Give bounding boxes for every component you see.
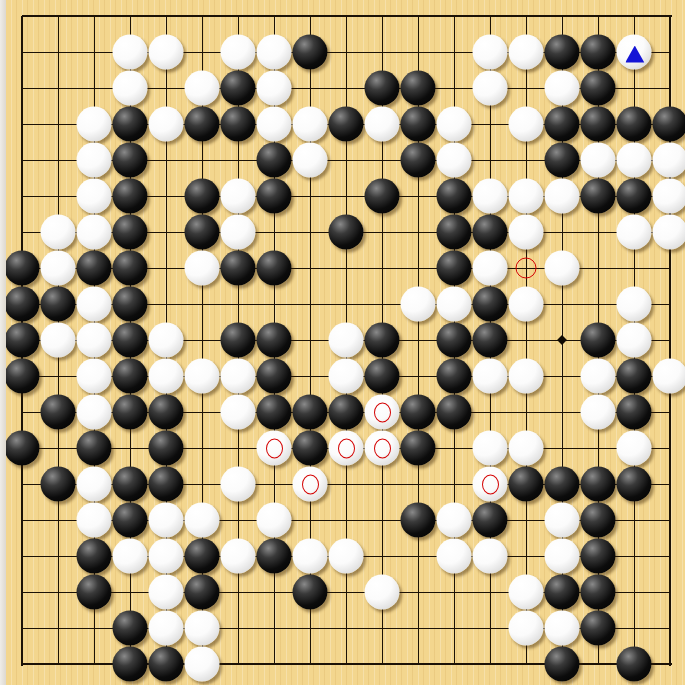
black-stone: [113, 647, 148, 682]
black-stone: [401, 431, 436, 466]
white-stone: [257, 431, 292, 466]
white-stone: [545, 539, 580, 574]
white-stone: [257, 71, 292, 106]
white-stone: [617, 431, 652, 466]
black-stone: [41, 395, 76, 430]
go-board[interactable]: [0, 0, 685, 685]
black-stone: [437, 323, 472, 358]
white-stone: [185, 359, 220, 394]
white-stone: [221, 35, 256, 70]
white-stone: [509, 179, 544, 214]
black-stone: [113, 395, 148, 430]
white-stone: [185, 71, 220, 106]
black-stone: [257, 143, 292, 178]
white-stone: [653, 359, 685, 394]
black-stone: [617, 359, 652, 394]
white-stone: [149, 359, 184, 394]
white-stone: [77, 107, 112, 142]
black-stone: [581, 35, 616, 70]
black-stone: [581, 107, 616, 142]
black-stone: [5, 323, 40, 358]
white-stone: [113, 35, 148, 70]
black-stone: [581, 467, 616, 502]
white-stone: [149, 323, 184, 358]
black-stone: [473, 503, 508, 538]
white-stone: [365, 575, 400, 610]
black-stone: [113, 359, 148, 394]
white-stone: [221, 467, 256, 502]
white-stone: [617, 35, 652, 70]
white-stone: [113, 539, 148, 574]
black-stone: [545, 107, 580, 142]
black-stone: [5, 287, 40, 322]
black-stone: [473, 215, 508, 250]
white-stone: [77, 323, 112, 358]
black-stone: [113, 143, 148, 178]
white-stone: [473, 179, 508, 214]
white-stone: [581, 395, 616, 430]
white-stone: [545, 179, 580, 214]
black-stone: [185, 215, 220, 250]
black-stone: [581, 539, 616, 574]
white-stone: [545, 71, 580, 106]
black-stone: [113, 467, 148, 502]
white-stone: [545, 611, 580, 646]
white-stone: [437, 107, 472, 142]
black-stone: [509, 467, 544, 502]
white-stone: [437, 539, 472, 574]
black-stone: [5, 359, 40, 394]
black-stone: [401, 143, 436, 178]
black-stone: [149, 647, 184, 682]
black-stone: [293, 431, 328, 466]
black-stone: [545, 143, 580, 178]
black-stone: [77, 575, 112, 610]
black-stone: [365, 323, 400, 358]
white-stone: [149, 611, 184, 646]
white-stone: [77, 215, 112, 250]
black-stone: [41, 467, 76, 502]
black-stone: [5, 431, 40, 466]
red-circle-marker: [374, 438, 391, 458]
red-circle-marker: [338, 438, 355, 458]
black-stone: [221, 107, 256, 142]
white-stone: [257, 35, 292, 70]
black-stone: [545, 35, 580, 70]
black-stone: [401, 395, 436, 430]
white-stone: [509, 431, 544, 466]
black-stone: [617, 467, 652, 502]
black-stone: [329, 107, 364, 142]
black-stone: [581, 575, 616, 610]
white-stone: [617, 215, 652, 250]
black-stone: [329, 395, 364, 430]
white-stone: [437, 503, 472, 538]
white-stone: [473, 431, 508, 466]
black-stone: [473, 287, 508, 322]
white-stone: [77, 395, 112, 430]
black-stone: [113, 215, 148, 250]
hoshi-point: [557, 335, 567, 345]
white-stone: [293, 539, 328, 574]
black-stone: [221, 323, 256, 358]
white-stone: [473, 539, 508, 574]
white-stone: [185, 647, 220, 682]
red-circle-marker: [302, 474, 319, 494]
white-stone: [401, 287, 436, 322]
black-stone: [257, 323, 292, 358]
black-stone: [185, 107, 220, 142]
black-stone: [113, 611, 148, 646]
white-stone: [473, 359, 508, 394]
white-stone: [509, 575, 544, 610]
black-stone: [365, 71, 400, 106]
black-stone: [437, 359, 472, 394]
white-stone: [617, 323, 652, 358]
white-stone: [185, 503, 220, 538]
white-stone: [437, 287, 472, 322]
board-left-edge: [0, 0, 6, 685]
white-stone: [509, 107, 544, 142]
black-stone: [113, 503, 148, 538]
white-stone: [581, 143, 616, 178]
black-stone: [293, 575, 328, 610]
red-circle-marker: [374, 402, 391, 422]
black-stone: [581, 323, 616, 358]
black-stone: [401, 71, 436, 106]
white-stone: [473, 71, 508, 106]
black-stone: [113, 251, 148, 286]
white-stone: [257, 503, 292, 538]
white-stone: [509, 359, 544, 394]
white-stone: [473, 251, 508, 286]
black-stone: [257, 539, 292, 574]
white-stone: [221, 179, 256, 214]
white-stone: [293, 467, 328, 502]
white-stone: [77, 179, 112, 214]
white-stone: [221, 215, 256, 250]
black-stone: [437, 395, 472, 430]
red-circle-empty-point-marker: [516, 258, 537, 279]
white-stone: [149, 575, 184, 610]
white-stone: [617, 143, 652, 178]
black-stone: [257, 359, 292, 394]
white-stone: [329, 539, 364, 574]
black-stone: [77, 251, 112, 286]
black-stone: [41, 287, 76, 322]
white-stone: [617, 287, 652, 322]
white-stone: [509, 35, 544, 70]
white-stone: [473, 467, 508, 502]
black-stone: [653, 107, 685, 142]
white-stone: [365, 431, 400, 466]
black-stone: [365, 359, 400, 394]
white-stone: [221, 539, 256, 574]
white-stone: [329, 323, 364, 358]
white-stone: [581, 359, 616, 394]
white-stone: [41, 323, 76, 358]
black-stone: [149, 395, 184, 430]
black-stone: [581, 611, 616, 646]
white-stone: [185, 611, 220, 646]
go-app-window: [0, 0, 685, 685]
red-circle-marker: [266, 438, 283, 458]
white-stone: [221, 359, 256, 394]
black-stone: [401, 107, 436, 142]
white-stone: [149, 539, 184, 574]
black-stone: [77, 431, 112, 466]
black-stone: [545, 575, 580, 610]
black-stone: [185, 539, 220, 574]
black-stone: [329, 215, 364, 250]
white-stone: [653, 143, 685, 178]
white-stone: [437, 143, 472, 178]
black-stone: [617, 395, 652, 430]
white-stone: [509, 611, 544, 646]
black-stone: [617, 179, 652, 214]
white-stone: [545, 251, 580, 286]
white-stone: [77, 359, 112, 394]
black-stone: [113, 107, 148, 142]
white-stone: [257, 107, 292, 142]
white-stone: [509, 287, 544, 322]
white-stone: [221, 395, 256, 430]
black-stone: [113, 179, 148, 214]
black-stone: [545, 467, 580, 502]
black-stone: [221, 251, 256, 286]
white-stone: [149, 107, 184, 142]
black-stone: [293, 395, 328, 430]
white-stone: [77, 467, 112, 502]
white-stone: [365, 107, 400, 142]
black-stone: [401, 503, 436, 538]
last-move-triangle-marker: [625, 46, 644, 63]
white-stone: [149, 503, 184, 538]
black-stone: [581, 179, 616, 214]
white-stone: [329, 431, 364, 466]
red-circle-marker: [482, 474, 499, 494]
white-stone: [653, 179, 685, 214]
white-stone: [41, 251, 76, 286]
white-stone: [77, 287, 112, 322]
white-stone: [77, 143, 112, 178]
black-stone: [473, 323, 508, 358]
white-stone: [113, 71, 148, 106]
white-stone: [329, 359, 364, 394]
black-stone: [581, 503, 616, 538]
black-stone: [5, 251, 40, 286]
black-stone: [293, 35, 328, 70]
white-stone: [653, 215, 685, 250]
white-stone: [365, 395, 400, 430]
black-stone: [221, 71, 256, 106]
black-stone: [185, 575, 220, 610]
grid-hline: [22, 15, 672, 17]
black-stone: [437, 251, 472, 286]
white-stone: [149, 35, 184, 70]
white-stone: [545, 503, 580, 538]
black-stone: [113, 323, 148, 358]
white-stone: [473, 35, 508, 70]
black-stone: [257, 395, 292, 430]
black-stone: [437, 179, 472, 214]
black-stone: [437, 215, 472, 250]
black-stone: [113, 287, 148, 322]
black-stone: [77, 539, 112, 574]
black-stone: [185, 179, 220, 214]
white-stone: [293, 107, 328, 142]
black-stone: [617, 107, 652, 142]
white-stone: [77, 503, 112, 538]
black-stone: [257, 179, 292, 214]
black-stone: [545, 647, 580, 682]
black-stone: [365, 179, 400, 214]
white-stone: [185, 251, 220, 286]
black-stone: [149, 467, 184, 502]
black-stone: [617, 647, 652, 682]
black-stone: [257, 251, 292, 286]
white-stone: [509, 215, 544, 250]
white-stone: [293, 143, 328, 178]
white-stone: [41, 215, 76, 250]
black-stone: [581, 71, 616, 106]
black-stone: [149, 431, 184, 466]
